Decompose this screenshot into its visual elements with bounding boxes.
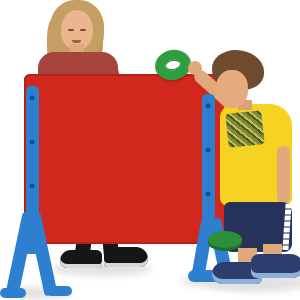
board-grid xyxy=(30,82,226,236)
woman-shoe xyxy=(60,250,102,268)
product-photo-giant-connect-four xyxy=(0,0,300,300)
woman-eye-right xyxy=(80,29,86,31)
boy-shirt-graphic xyxy=(225,110,264,148)
left-foot-pad xyxy=(46,286,72,296)
boy-hanging-arm xyxy=(277,146,290,204)
left-foot-pad xyxy=(0,288,26,298)
boy-hand xyxy=(188,61,202,75)
woman-eye-left xyxy=(68,29,74,31)
boy-shoe xyxy=(251,254,300,278)
green-ring-on-right-base xyxy=(208,231,242,248)
woman-shoe xyxy=(104,247,148,267)
boy-face xyxy=(216,70,248,108)
